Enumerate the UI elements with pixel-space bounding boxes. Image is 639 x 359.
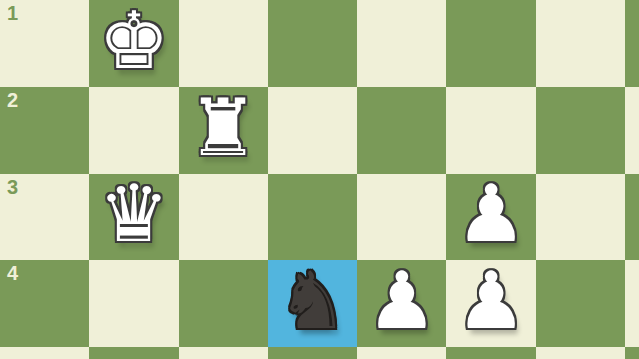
square-h5[interactable] [0,347,89,359]
square-a3[interactable] [625,174,639,261]
square-f5[interactable] [179,347,268,359]
white-pawn[interactable]: ♟ [456,175,527,254]
white-pawn[interactable]: ♟ [456,262,527,341]
square-f4[interactable] [179,260,268,347]
square-d3[interactable] [357,174,446,261]
square-e5[interactable] [268,347,357,359]
square-e3[interactable] [268,174,357,261]
square-a1[interactable] [625,0,639,87]
square-h3[interactable]: 3 [0,174,89,261]
square-h2[interactable]: 2 [0,87,89,174]
square-h4[interactable]: 4 [0,260,89,347]
square-c1[interactable] [446,0,535,87]
chess-board-viewport: 1♚2♜3♛♟4♞♟♟ [0,0,639,359]
rank-label-3: 3 [7,177,18,197]
rank-label-4: 4 [7,263,18,283]
white-queen[interactable]: ♛ [99,175,170,254]
square-g3[interactable]: ♛ [89,174,178,261]
square-b5[interactable] [536,347,625,359]
black-knight[interactable]: ♞ [277,262,348,341]
square-d2[interactable] [357,87,446,174]
square-d1[interactable] [357,0,446,87]
square-g4[interactable] [89,260,178,347]
white-rook[interactable]: ♜ [188,89,259,168]
square-a5[interactable] [625,347,639,359]
square-d5[interactable] [357,347,446,359]
square-c2[interactable] [446,87,535,174]
square-b3[interactable] [536,174,625,261]
square-e1[interactable] [268,0,357,87]
square-g5[interactable] [89,347,178,359]
square-b2[interactable] [536,87,625,174]
rank-label-1: 1 [7,3,18,23]
square-a2[interactable] [625,87,639,174]
square-e2[interactable] [268,87,357,174]
square-c3[interactable]: ♟ [446,174,535,261]
square-e4[interactable]: ♞ [268,260,357,347]
square-f2[interactable]: ♜ [179,87,268,174]
square-g2[interactable] [89,87,178,174]
square-c5[interactable] [446,347,535,359]
white-king[interactable]: ♚ [99,2,170,81]
square-c4[interactable]: ♟ [446,260,535,347]
rank-label-2: 2 [7,90,18,110]
white-pawn[interactable]: ♟ [366,262,437,341]
square-b4[interactable] [536,260,625,347]
square-h1[interactable]: 1 [0,0,89,87]
square-f3[interactable] [179,174,268,261]
chess-board: 1♚2♜3♛♟4♞♟♟ [0,0,639,359]
square-f1[interactable] [179,0,268,87]
square-g1[interactable]: ♚ [89,0,178,87]
square-d4[interactable]: ♟ [357,260,446,347]
square-a4[interactable] [625,260,639,347]
square-b1[interactable] [536,0,625,87]
